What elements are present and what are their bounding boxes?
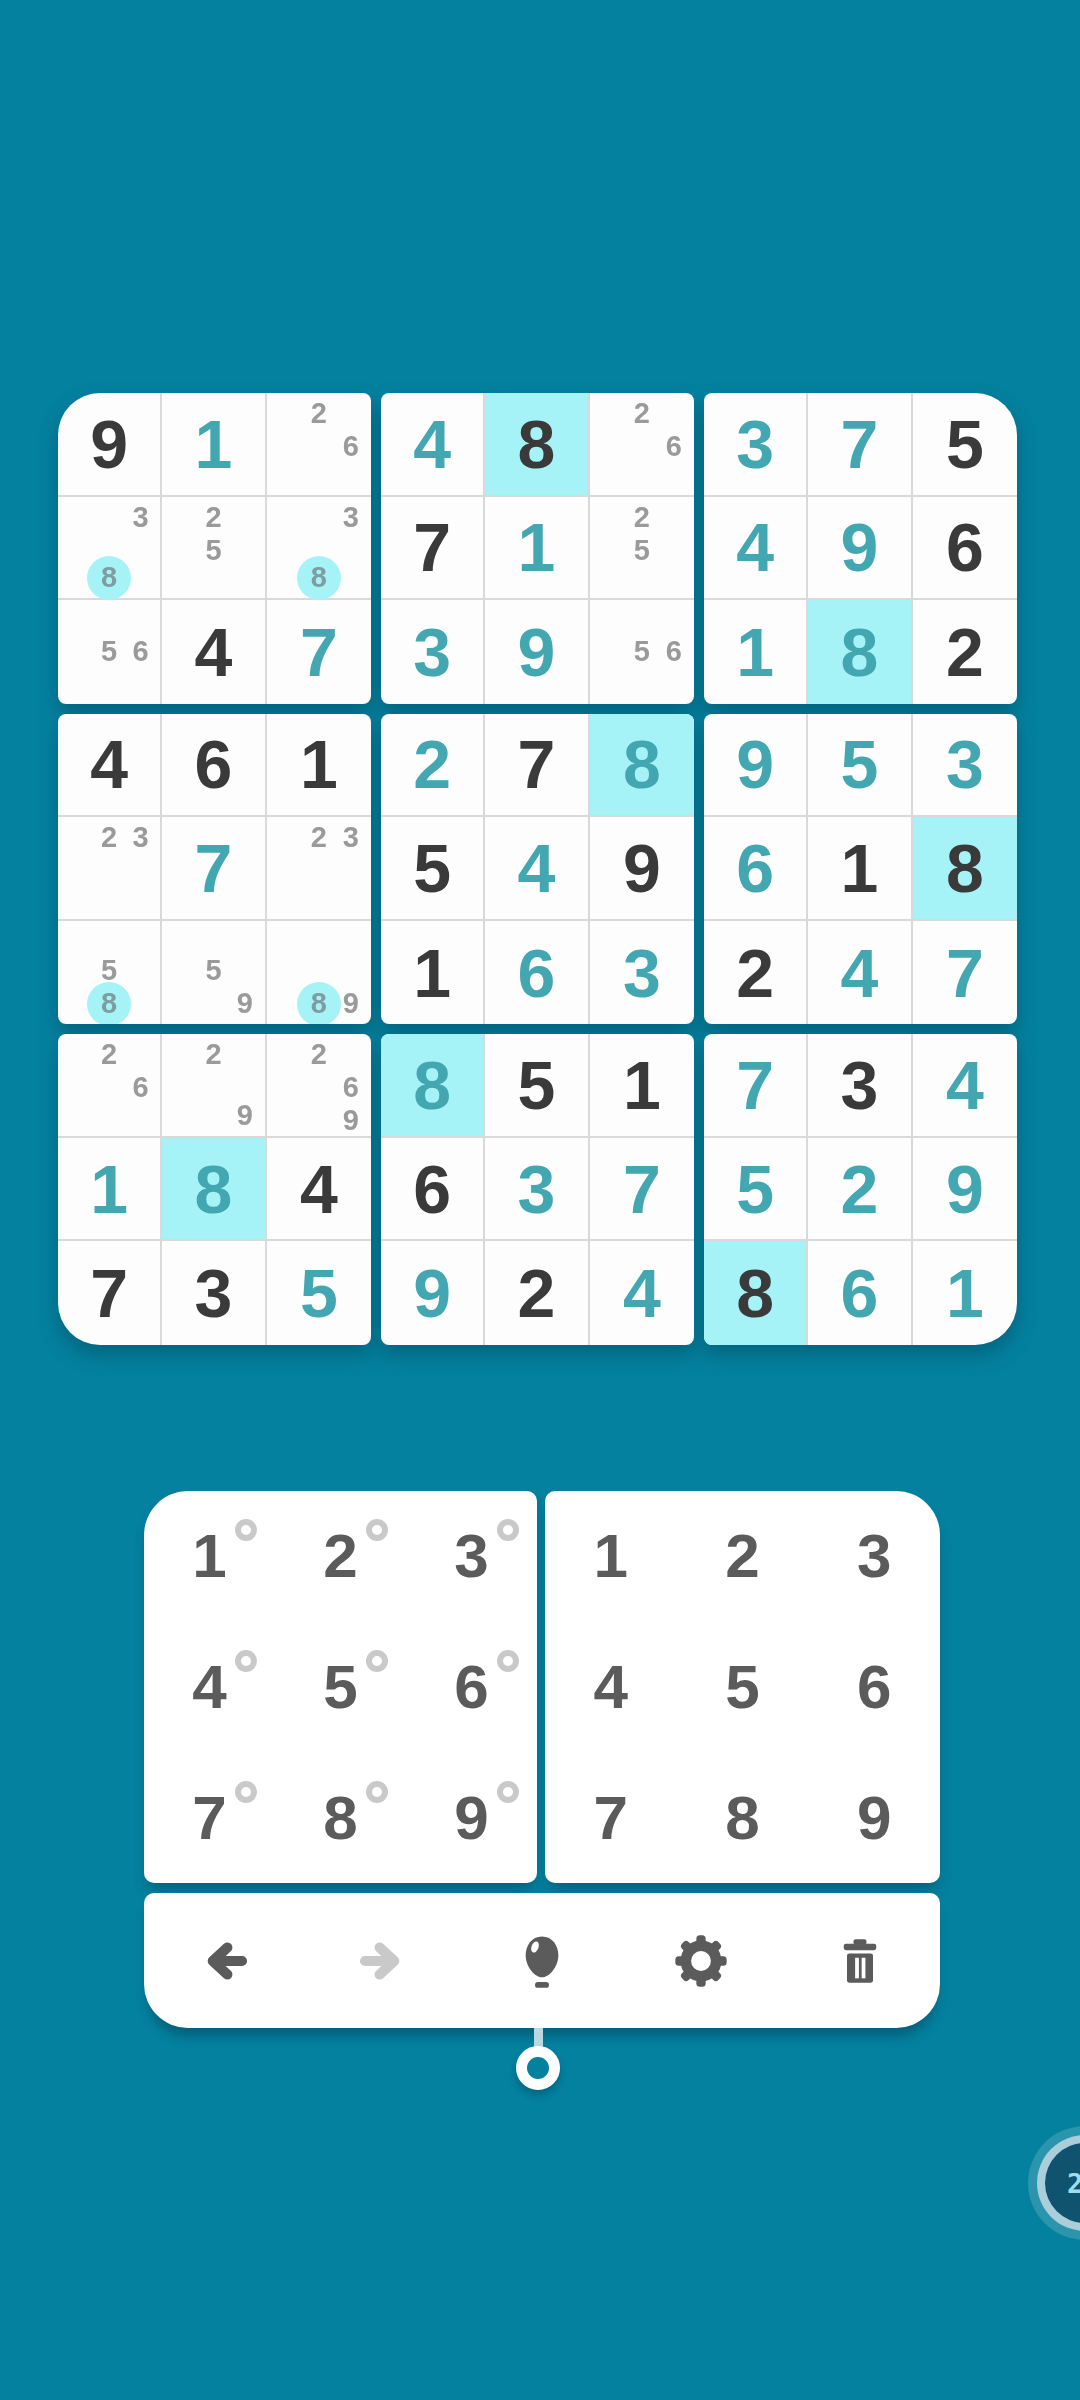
cell-r8c6[interactable]: 7 [590,1138,694,1242]
cell-r5c7[interactable]: 6 [704,817,808,921]
pencil-slot-2 [626,604,658,635]
pencil-slot-5 [93,1071,124,1104]
redo-arrow-icon [356,1934,410,1988]
digit: 5 [413,834,451,902]
pencil-slot-2 [93,501,124,534]
digit: 7 [300,618,338,686]
digit: 7 [195,834,233,902]
normal-key-4[interactable]: 4 [545,1622,677,1753]
digit: 4 [841,939,879,1007]
cell-r1c8[interactable]: 7 [808,393,912,497]
undo-button[interactable] [192,1929,256,1993]
cell-r8c2[interactable]: 8 [162,1138,266,1242]
cell-r8c9[interactable]: 9 [913,1138,1017,1242]
cell-r4c3[interactable]: 1 [267,714,371,818]
cell-r5c1[interactable]: 23 [58,817,162,921]
cell-r5c9[interactable]: 8 [913,817,1017,921]
pencil-slot-9 [125,1104,156,1132]
pencil-slot-1 [166,1038,197,1071]
cell-r6c9[interactable]: 7 [913,921,1017,1025]
digit: 9 [518,618,556,686]
pencil-slot-8: 8 [303,987,335,1020]
pencil-slot-7 [166,987,197,1020]
pencil-slot-6 [229,954,260,987]
notes-key-8[interactable]: 8 [275,1752,406,1883]
digit: 7 [90,1259,128,1327]
key-digit: 1 [594,1525,628,1587]
normal-key-5[interactable]: 5 [677,1622,809,1753]
cell-r4c5[interactable]: 7 [485,714,589,818]
box-5: 278549163 [381,714,694,1025]
cell-r7c1[interactable]: 26 [58,1034,162,1138]
digit: 1 [300,730,338,798]
pencil-slot-1 [62,604,93,635]
pencil-slot-1 [594,397,626,430]
box-8: 851637924 [381,1034,694,1345]
digit: 1 [90,1155,128,1223]
timer-badge-ring: 22 [1037,2135,1080,2231]
pencil-slot-9: 9 [229,1099,260,1132]
notes-key-4[interactable]: 4 [144,1622,275,1753]
pencil-slot-5 [626,430,658,463]
pencil-slot-2: 2 [93,1038,124,1071]
pencil-slot-4 [271,534,303,562]
timer-badge[interactable]: 22 [1028,2126,1080,2240]
pencil-slot-9: 9 [229,987,260,1020]
pencil-slot-1 [594,604,626,635]
cell-r7c2[interactable]: 29 [162,1034,266,1138]
pencil-slot-1 [62,501,93,534]
pencil-slot-1 [271,821,303,854]
pencil-slot-5 [303,430,335,463]
pencil-slot-6 [229,1071,260,1099]
cell-r5c2[interactable]: 7 [162,817,266,921]
note-ring-icon [235,1781,257,1803]
pencil-slot-2: 2 [198,501,229,534]
pencil-slot-7 [166,567,197,595]
cell-r9c1[interactable]: 7 [58,1241,162,1345]
normal-keypad: 123456789 [545,1491,940,1883]
cell-r2c3[interactable]: 38 [267,497,371,601]
cell-r8c4[interactable]: 6 [381,1138,485,1242]
pencil-slot-7 [62,668,93,699]
cell-r2c7[interactable]: 4 [704,497,808,601]
sudoku-board: 9126382538564748267125395637549618246123… [47,382,1028,1356]
cell-r9c8[interactable]: 6 [808,1241,912,1345]
cell-r1c4[interactable]: 4 [381,393,485,497]
cell-r8c5[interactable]: 3 [485,1138,589,1242]
cell-r3c8[interactable]: 8 [808,600,912,704]
cell-r6c2[interactable]: 59 [162,921,266,1025]
key-digit: 4 [594,1656,628,1718]
cell-r7c7[interactable]: 7 [704,1034,808,1138]
pencil-slot-6 [335,854,367,884]
digit: 1 [413,939,451,1007]
cell-r7c5[interactable]: 5 [485,1034,589,1138]
pencil-slot-1 [166,925,197,955]
pencil-slot-3 [658,501,690,534]
cell-r2c5[interactable]: 1 [485,497,589,601]
cell-r5c8[interactable]: 1 [808,817,912,921]
cell-r2c6[interactable]: 25 [590,497,694,601]
pencil-slot-9 [335,884,367,914]
pencil-slot-8 [93,884,124,914]
cell-r3c6[interactable]: 56 [590,600,694,704]
cell-r8c1[interactable]: 1 [58,1138,162,1242]
key-digit: 2 [323,1525,357,1587]
cell-r3c9[interactable]: 2 [913,600,1017,704]
pencil-slot-9 [335,561,367,594]
cell-r4c7[interactable]: 9 [704,714,808,818]
cell-r4c2[interactable]: 6 [162,714,266,818]
pencil-slot-5: 5 [93,635,124,668]
cell-r5c4[interactable]: 5 [381,817,485,921]
cell-r3c3[interactable]: 7 [267,600,371,704]
pencil-slot-7 [594,567,626,595]
normal-key-6[interactable]: 6 [808,1622,940,1753]
pencil-marks: 23 [62,821,156,915]
cell-r3c4[interactable]: 3 [381,600,485,704]
undo-arrow-icon [197,1934,251,1988]
redo-button[interactable] [351,1929,415,1993]
pencil-slot-6 [125,854,156,884]
pencil-slot-6: 6 [335,430,367,463]
pencil-slot-6 [125,954,156,987]
cell-r6c3[interactable]: 89 [267,921,371,1025]
digit: 2 [518,1259,556,1327]
pencil-slot-8 [626,668,658,699]
pencil-slot-7 [271,463,303,491]
pencil-slot-5: 5 [198,954,229,987]
pencil-slot-5 [303,1071,335,1104]
cell-r2c8[interactable]: 9 [808,497,912,601]
cell-r1c9[interactable]: 5 [913,393,1017,497]
key-digit: 9 [857,1787,891,1849]
pencil-marks: 26 [62,1038,156,1132]
pencil-slot-8 [93,668,124,699]
cell-r7c8[interactable]: 3 [808,1034,912,1138]
cell-r1c2[interactable]: 1 [162,393,266,497]
cell-r8c7[interactable]: 5 [704,1138,808,1242]
hint-button[interactable] [510,1929,574,1993]
cell-r4c1[interactable]: 4 [58,714,162,818]
pencil-slot-6 [335,956,367,987]
key-digit: 5 [323,1656,357,1718]
digit: 8 [841,618,879,686]
digit: 6 [518,939,556,1007]
cell-r4c8[interactable]: 5 [808,714,912,818]
key-digit: 4 [192,1656,226,1718]
notes-key-6[interactable]: 6 [406,1622,537,1753]
box-2: 482671253956 [381,393,694,704]
pencil-slot-8 [303,884,335,914]
pencil-slot-9 [658,668,690,699]
cell-r5c5[interactable]: 4 [485,817,589,921]
normal-key-1[interactable]: 1 [545,1491,677,1622]
notes-key-7[interactable]: 7 [144,1752,275,1883]
box-1: 91263825385647 [58,393,371,704]
notes-key-5[interactable]: 5 [275,1622,406,1753]
cell-r9c7[interactable]: 8 [704,1241,808,1345]
box-7: 2629269184735 [58,1034,371,1345]
cell-r9c2[interactable]: 3 [162,1241,266,1345]
normal-key-7[interactable]: 7 [545,1752,677,1883]
pencil-marks: 25 [166,501,260,595]
digit: 9 [841,513,879,581]
cell-r2c1[interactable]: 38 [58,497,162,601]
note-ring-icon [235,1519,257,1541]
cell-r7c6[interactable]: 1 [590,1034,694,1138]
pencil-slot-5: 5 [626,534,658,567]
pencil-slot-5 [93,854,124,884]
cell-r7c3[interactable]: 269 [267,1034,371,1138]
digit: 5 [946,410,984,478]
digit: 5 [736,1155,774,1223]
pencil-slot-2: 2 [303,821,335,854]
digit: 1 [623,1051,661,1119]
digit: 3 [518,1155,556,1223]
pencil-slot-1 [62,925,93,955]
pencil-slot-9 [125,561,156,594]
pencil-slot-2 [303,925,335,956]
pencil-slot-9: 9 [335,1104,367,1137]
pencil-slot-4 [166,954,197,987]
pencil-slot-1 [594,501,626,534]
box-4: 46123723585989 [58,714,371,1025]
pencil-slot-2: 2 [93,821,124,854]
key-digit: 1 [192,1525,226,1587]
pencil-slot-7 [594,668,626,699]
cell-r3c2[interactable]: 4 [162,600,266,704]
cell-r1c1[interactable]: 9 [58,393,162,497]
pencil-marks: 269 [271,1038,367,1132]
pencil-slot-8 [626,567,658,595]
pencil-slot-6 [229,534,260,567]
key-digit: 7 [192,1787,226,1849]
pencil-slot-3 [335,925,367,956]
digit: 4 [946,1051,984,1119]
pencil-slot-2 [93,604,124,635]
cell-r6c1[interactable]: 58 [58,921,162,1025]
cell-r6c4[interactable]: 1 [381,921,485,1025]
cell-r7c4[interactable]: 8 [381,1034,485,1138]
normal-key-2[interactable]: 2 [677,1491,809,1622]
pencil-slot-2: 2 [303,1038,335,1071]
digit: 8 [413,1051,451,1119]
cell-r1c6[interactable]: 26 [590,393,694,497]
pencil-slot-3 [658,604,690,635]
normal-key-3[interactable]: 3 [808,1491,940,1622]
pencil-slot-3 [335,397,367,430]
pencil-slot-5 [198,1071,229,1099]
pencil-slot-3 [125,925,156,955]
normal-key-9[interactable]: 9 [808,1752,940,1883]
digit: 1 [736,618,774,686]
cell-r2c2[interactable]: 25 [162,497,266,601]
pencil-slot-5: 5 [626,635,658,668]
digit: 4 [623,1259,661,1327]
pencil-slot-2 [93,925,124,955]
pencil-slot-4 [166,1071,197,1099]
pencil-marks: 26 [271,397,367,491]
digit: 2 [413,730,451,798]
key-digit: 6 [454,1656,488,1718]
pencil-slot-8: 8 [303,561,335,594]
digit: 8 [946,834,984,902]
pencil-slot-9 [658,463,690,491]
pencil-slot-5 [303,854,335,884]
cell-r9c9[interactable]: 1 [913,1241,1017,1345]
cell-r1c7[interactable]: 3 [704,393,808,497]
pencil-slot-2: 2 [198,1038,229,1071]
cell-r5c6[interactable]: 9 [590,817,694,921]
pencil-slot-4 [594,430,626,463]
pencil-slot-7 [62,1104,93,1132]
pencil-slot-9 [125,987,156,1020]
box-9: 734529861 [704,1034,1017,1345]
digit: 5 [300,1259,338,1327]
cell-r6c8[interactable]: 4 [808,921,912,1025]
pencil-marks: 38 [271,501,367,595]
pencil-slot-8 [198,567,229,595]
pencil-slot-6 [335,534,367,562]
digit: 4 [518,834,556,902]
pencil-slot-7 [271,1104,303,1137]
digit: 5 [518,1051,556,1119]
box-6: 953618247 [704,714,1017,1025]
digit: 4 [90,730,128,798]
note-ring-icon [366,1650,388,1672]
cell-r3c5[interactable]: 9 [485,600,589,704]
pencil-marks: 29 [166,1038,260,1132]
pencil-slot-4 [166,534,197,567]
digit: 2 [841,1155,879,1223]
pencil-slot-3 [658,397,690,430]
digit: 7 [623,1155,661,1223]
digit: 8 [623,730,661,798]
cell-r2c9[interactable]: 6 [913,497,1017,601]
digit: 6 [413,1155,451,1223]
toolbar [144,1893,940,2028]
pencil-slot-9 [229,567,260,595]
key-digit: 8 [725,1787,759,1849]
digit: 8 [195,1155,233,1223]
cell-r9c5[interactable]: 2 [485,1241,589,1345]
digit: 4 [736,513,774,581]
pencil-marks: 89 [271,925,367,1021]
pencil-slot-2 [303,501,335,534]
cell-r3c1[interactable]: 56 [58,600,162,704]
digit: 9 [946,1155,984,1223]
pencil-slot-9 [335,463,367,491]
digit: 7 [413,513,451,581]
pencil-slot-2: 2 [626,397,658,430]
pencil-slot-8 [303,1104,335,1137]
cell-r2c4[interactable]: 7 [381,497,485,601]
pencil-slot-4 [62,854,93,884]
pencil-slot-4 [62,534,93,562]
pencil-slot-2: 2 [303,397,335,430]
pencil-slot-9 [125,668,156,699]
cell-r8c3[interactable]: 4 [267,1138,371,1242]
pencil-marks: 25 [594,501,690,595]
drag-handle[interactable] [516,2046,560,2090]
cell-r1c3[interactable]: 26 [267,393,371,497]
pencil-slot-1 [62,821,93,854]
pencil-slot-7 [594,463,626,491]
digit: 9 [623,834,661,902]
pencil-slot-3 [125,1038,156,1071]
cell-r9c3[interactable]: 5 [267,1241,371,1345]
digit: 3 [413,618,451,686]
cell-r7c9[interactable]: 4 [913,1034,1017,1138]
digit: 9 [413,1259,451,1327]
settings-button[interactable] [669,1929,733,1993]
digit: 3 [195,1259,233,1327]
pencil-marks: 56 [62,604,156,700]
digit: 7 [736,1051,774,1119]
pencil-slot-3: 3 [335,501,367,534]
cell-r9c6[interactable]: 4 [590,1241,694,1345]
pencil-slot-6 [658,534,690,567]
cell-r6c7[interactable]: 2 [704,921,808,1025]
cell-r1c5[interactable]: 8 [485,393,589,497]
digit: 6 [841,1259,879,1327]
notes-key-1[interactable]: 1 [144,1491,275,1622]
cell-r4c9[interactable]: 3 [913,714,1017,818]
digit: 4 [300,1155,338,1223]
digit: 9 [736,730,774,798]
notes-keypad: 123456789 [144,1491,537,1883]
key-digit: 8 [323,1787,357,1849]
cell-r4c4[interactable]: 2 [381,714,485,818]
key-digit: 5 [725,1656,759,1718]
pencil-slot-1 [271,397,303,430]
delete-button[interactable] [828,1929,892,1993]
note-ring-icon [366,1781,388,1803]
pencil-slot-4 [62,635,93,668]
pencil-slot-2: 2 [626,501,658,534]
cell-r4c6[interactable]: 8 [590,714,694,818]
cell-r9c4[interactable]: 9 [381,1241,485,1345]
cell-r8c8[interactable]: 2 [808,1138,912,1242]
pencil-slot-3 [125,604,156,635]
cell-r6c6[interactable]: 3 [590,921,694,1025]
digit: 1 [946,1259,984,1327]
cell-r3c7[interactable]: 1 [704,600,808,704]
cell-r5c3[interactable]: 23 [267,817,371,921]
digit: 7 [518,730,556,798]
normal-key-8[interactable]: 8 [677,1752,809,1883]
digit: 6 [736,834,774,902]
notes-key-2[interactable]: 2 [275,1491,406,1622]
pencil-slot-3 [229,1038,260,1071]
pencil-slot-7 [62,884,93,914]
pencil-slot-8: 8 [93,561,124,594]
pencil-slot-1 [62,1038,93,1071]
digit: 4 [413,410,451,478]
pencil-slot-1 [271,1038,303,1071]
timer-badge-text: 22 [1067,2168,1080,2199]
pencil-slot-9 [658,567,690,595]
pencil-slot-4 [594,534,626,567]
cell-r6c5[interactable]: 6 [485,921,589,1025]
lightbulb-icon [514,1933,570,1989]
notes-key-3[interactable]: 3 [406,1491,537,1622]
gear-icon [673,1933,729,1989]
pencil-slot-1 [271,925,303,956]
notes-key-9[interactable]: 9 [406,1752,537,1883]
